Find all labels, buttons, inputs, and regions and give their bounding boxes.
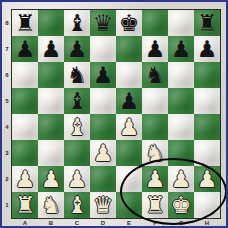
square-c6[interactable]: ♞ (64, 62, 90, 88)
square-c7[interactable]: ♟ (64, 36, 90, 62)
piece-white-knight-icon[interactable]: ♞ (145, 142, 166, 165)
square-g4[interactable] (168, 114, 194, 140)
rank-label-6: 6 (2, 62, 12, 88)
rank-label-2: 2 (2, 166, 12, 192)
square-e4[interactable]: ♟ (116, 114, 142, 140)
piece-white-rook-icon[interactable]: ♜ (15, 194, 36, 217)
square-b8[interactable] (38, 10, 64, 36)
square-d5[interactable] (90, 88, 116, 114)
square-f2[interactable]: ♟ (142, 166, 168, 192)
piece-black-bishop-icon[interactable]: ♝ (67, 12, 88, 35)
square-e5[interactable]: ♟ (116, 88, 142, 114)
rank-label-1: 1 (2, 192, 12, 218)
square-c4[interactable]: ♝ (64, 114, 90, 140)
square-c3[interactable] (64, 140, 90, 166)
piece-black-pawn-icon[interactable]: ♟ (67, 38, 88, 61)
rank-label-4: 4 (2, 114, 12, 140)
rank-label-3: 3 (2, 140, 12, 166)
file-label-e: E (116, 219, 142, 227)
square-a2[interactable]: ♟ (12, 166, 38, 192)
piece-white-pawn-icon[interactable]: ♟ (119, 116, 140, 139)
piece-white-pawn-icon[interactable]: ♟ (171, 168, 192, 191)
file-label-c: C (64, 219, 90, 227)
square-g1[interactable]: ♚ (168, 192, 194, 218)
piece-black-pawn-icon[interactable]: ♟ (171, 38, 192, 61)
piece-white-knight-icon[interactable]: ♞ (41, 194, 62, 217)
square-a8[interactable]: ♜ (12, 10, 38, 36)
square-b4[interactable] (38, 114, 64, 140)
square-e2[interactable] (116, 166, 142, 192)
piece-black-pawn-icon[interactable]: ♟ (93, 64, 114, 87)
square-g7[interactable]: ♟ (168, 36, 194, 62)
square-d3[interactable]: ♟ (90, 140, 116, 166)
square-g8[interactable] (168, 10, 194, 36)
square-g6[interactable] (168, 62, 194, 88)
square-b3[interactable] (38, 140, 64, 166)
piece-white-bishop-icon[interactable]: ♝ (67, 116, 88, 139)
square-g3[interactable] (168, 140, 194, 166)
square-d4[interactable] (90, 114, 116, 140)
file-label-b: B (38, 219, 64, 227)
square-a5[interactable] (12, 88, 38, 114)
chessboard-frame: 87654321 ♜♝♛♚♜♟♟♟♟♟♟♞♟♞♝♟♝♟♟♞♟♟♟♟♟♟♜♞♝♛♜… (0, 0, 228, 228)
piece-black-rook-icon[interactable]: ♜ (15, 12, 36, 35)
piece-white-pawn-icon[interactable]: ♟ (145, 168, 166, 191)
piece-white-bishop-icon[interactable]: ♝ (67, 194, 88, 217)
piece-white-queen-icon[interactable]: ♛ (93, 194, 114, 217)
piece-white-king-icon[interactable]: ♚ (171, 194, 192, 217)
square-f3[interactable]: ♞ (142, 140, 168, 166)
square-a1[interactable]: ♜ (12, 192, 38, 218)
square-e3[interactable] (116, 140, 142, 166)
square-f4[interactable] (142, 114, 168, 140)
square-c2[interactable]: ♟ (64, 166, 90, 192)
square-d1[interactable]: ♛ (90, 192, 116, 218)
piece-white-pawn-icon[interactable]: ♟ (15, 168, 36, 191)
piece-white-pawn-icon[interactable]: ♟ (41, 168, 62, 191)
square-f5[interactable] (142, 88, 168, 114)
piece-black-king-icon[interactable]: ♚ (119, 12, 140, 35)
file-label-d: D (90, 219, 116, 227)
rank-label-7: 7 (2, 36, 12, 62)
piece-white-pawn-icon[interactable]: ♟ (197, 168, 218, 191)
rank-label-8: 8 (2, 10, 12, 36)
square-f7[interactable]: ♟ (142, 36, 168, 62)
file-label-f: F (142, 219, 168, 227)
square-h1[interactable] (194, 192, 220, 218)
square-b2[interactable]: ♟ (38, 166, 64, 192)
rank-label-5: 5 (2, 88, 12, 114)
piece-black-queen-icon[interactable]: ♛ (93, 12, 114, 35)
square-e1[interactable] (116, 192, 142, 218)
piece-black-knight-icon[interactable]: ♞ (67, 64, 88, 87)
square-d2[interactable] (90, 166, 116, 192)
piece-black-knight-icon[interactable]: ♞ (145, 64, 166, 87)
square-b6[interactable] (38, 62, 64, 88)
square-c8[interactable]: ♝ (64, 10, 90, 36)
square-h8[interactable]: ♜ (194, 10, 220, 36)
file-label-g: G (168, 219, 194, 227)
square-h6[interactable] (194, 62, 220, 88)
square-g5[interactable] (168, 88, 194, 114)
square-c5[interactable]: ♝ (64, 88, 90, 114)
file-labels: ABCDEFGH (12, 219, 220, 227)
rank-labels: 87654321 (2, 10, 12, 218)
piece-black-rook-icon[interactable]: ♜ (197, 12, 218, 35)
square-h4[interactable] (194, 114, 220, 140)
square-e6[interactable] (116, 62, 142, 88)
square-f6[interactable]: ♞ (142, 62, 168, 88)
square-e8[interactable]: ♚ (116, 10, 142, 36)
square-c1[interactable]: ♝ (64, 192, 90, 218)
piece-white-pawn-icon[interactable]: ♟ (67, 168, 88, 191)
square-d8[interactable]: ♛ (90, 10, 116, 36)
square-b1[interactable]: ♞ (38, 192, 64, 218)
square-a7[interactable]: ♟ (12, 36, 38, 62)
square-e7[interactable] (116, 36, 142, 62)
square-h3[interactable] (194, 140, 220, 166)
piece-black-pawn-icon[interactable]: ♟ (145, 38, 166, 61)
piece-black-pawn-icon[interactable]: ♟ (119, 90, 140, 113)
piece-white-rook-icon[interactable]: ♜ (145, 194, 166, 217)
square-d7[interactable] (90, 36, 116, 62)
board-grid[interactable]: ♜♝♛♚♜♟♟♟♟♟♟♞♟♞♝♟♝♟♟♞♟♟♟♟♟♟♜♞♝♛♜♚ (12, 10, 220, 218)
square-b7[interactable]: ♟ (38, 36, 64, 62)
piece-black-pawn-icon[interactable]: ♟ (15, 38, 36, 61)
piece-white-pawn-icon[interactable]: ♟ (93, 142, 114, 165)
square-h7[interactable]: ♟ (194, 36, 220, 62)
square-a4[interactable] (12, 114, 38, 140)
square-a3[interactable] (12, 140, 38, 166)
square-h2[interactable]: ♟ (194, 166, 220, 192)
square-h5[interactable] (194, 88, 220, 114)
file-label-h: H (194, 219, 220, 227)
file-label-a: A (12, 219, 38, 227)
square-g2[interactable]: ♟ (168, 166, 194, 192)
square-a6[interactable] (12, 62, 38, 88)
square-f8[interactable] (142, 10, 168, 36)
piece-black-bishop-icon[interactable]: ♝ (67, 90, 88, 113)
square-d6[interactable]: ♟ (90, 62, 116, 88)
square-b5[interactable] (38, 88, 64, 114)
square-f1[interactable]: ♜ (142, 192, 168, 218)
piece-black-pawn-icon[interactable]: ♟ (197, 38, 218, 61)
piece-black-pawn-icon[interactable]: ♟ (41, 38, 62, 61)
